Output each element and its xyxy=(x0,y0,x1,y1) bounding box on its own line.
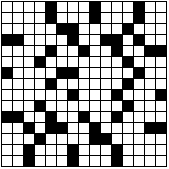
white-cell-r3c3[interactable] xyxy=(24,24,34,34)
white-cell-r9c3[interactable] xyxy=(24,90,34,100)
white-cell-r10c8[interactable] xyxy=(79,101,89,111)
white-cell-r4c8[interactable] xyxy=(79,35,89,45)
white-cell-r8c10[interactable] xyxy=(101,79,111,89)
white-cell-r7c4[interactable] xyxy=(35,68,45,78)
white-cell-r8c8[interactable] xyxy=(79,79,89,89)
white-cell-r13c7[interactable] xyxy=(68,134,78,144)
black-cell-r5c14 xyxy=(145,46,155,56)
black-cell-r3c7 xyxy=(68,24,78,34)
white-cell-r4c12[interactable] xyxy=(123,35,133,45)
white-cell-r14c8[interactable] xyxy=(79,145,89,155)
white-cell-r7c14[interactable] xyxy=(145,68,155,78)
black-cell-r5c15 xyxy=(156,46,166,56)
white-cell-r12c4[interactable] xyxy=(35,123,45,133)
white-cell-r10c14[interactable] xyxy=(145,101,155,111)
black-cell-r12c6 xyxy=(57,123,67,133)
white-cell-r11c10[interactable] xyxy=(101,112,111,122)
white-cell-r15c13[interactable] xyxy=(134,156,144,166)
white-cell-r12c1[interactable] xyxy=(2,123,12,133)
white-cell-r4c6[interactable] xyxy=(57,35,67,45)
white-cell-r13c8[interactable] xyxy=(79,134,89,144)
white-cell-r13c15[interactable] xyxy=(156,134,166,144)
black-cell-r14c3 xyxy=(24,145,34,155)
white-cell-r13c3[interactable] xyxy=(24,134,34,144)
black-cell-r3c12 xyxy=(123,24,133,34)
white-cell-r11c14[interactable] xyxy=(145,112,155,122)
white-cell-r9c12[interactable] xyxy=(123,90,133,100)
white-cell-r9c4[interactable] xyxy=(35,90,45,100)
white-cell-r2c11[interactable] xyxy=(112,13,122,23)
white-cell-r10c9[interactable] xyxy=(90,101,100,111)
black-cell-r13c10 xyxy=(101,134,111,144)
white-cell-r2c1[interactable] xyxy=(2,13,12,23)
white-cell-r2c12[interactable] xyxy=(123,13,133,23)
black-cell-r1c9 xyxy=(90,2,100,12)
white-cell-r4c3[interactable] xyxy=(24,35,34,45)
black-cell-r9c15 xyxy=(156,90,166,100)
white-cell-r6c15[interactable] xyxy=(156,57,166,67)
white-cell-r2c7[interactable] xyxy=(68,13,78,23)
white-cell-r14c1[interactable] xyxy=(2,145,12,155)
white-cell-r12c7[interactable] xyxy=(68,123,78,133)
black-cell-r6c12 xyxy=(123,57,133,67)
white-cell-r6c2[interactable] xyxy=(13,57,23,67)
white-cell-r12c8[interactable] xyxy=(79,123,89,133)
black-cell-r15c11 xyxy=(112,156,122,166)
white-cell-r1c2[interactable] xyxy=(13,2,23,12)
white-cell-r6c5[interactable] xyxy=(46,57,56,67)
white-cell-r4c14[interactable] xyxy=(145,35,155,45)
black-cell-r5c5 xyxy=(46,46,56,56)
white-cell-r6c9[interactable] xyxy=(90,57,100,67)
white-cell-r1c6[interactable] xyxy=(57,2,67,12)
white-cell-r14c2[interactable] xyxy=(13,145,23,155)
white-cell-r12c12[interactable] xyxy=(123,123,133,133)
white-cell-r10c13[interactable] xyxy=(134,101,144,111)
white-cell-r8c7[interactable] xyxy=(68,79,78,89)
white-cell-r2c3[interactable] xyxy=(24,13,34,23)
black-cell-r5c11 xyxy=(112,46,122,56)
white-cell-r10c10[interactable] xyxy=(101,101,111,111)
white-cell-r5c3[interactable] xyxy=(24,46,34,56)
black-cell-r4c10 xyxy=(101,35,111,45)
white-cell-r3c13[interactable] xyxy=(134,24,144,34)
white-cell-r3c5[interactable] xyxy=(46,24,56,34)
white-cell-r6c13[interactable] xyxy=(134,57,144,67)
white-cell-r7c3[interactable] xyxy=(24,68,34,78)
white-cell-r9c10[interactable] xyxy=(101,90,111,100)
white-cell-r1c4[interactable] xyxy=(35,2,45,12)
white-cell-r5c6[interactable] xyxy=(57,46,67,56)
black-cell-r14c7 xyxy=(68,145,78,155)
white-cell-r4c4[interactable] xyxy=(35,35,45,45)
white-cell-r8c14[interactable] xyxy=(145,79,155,89)
white-cell-r6c1[interactable] xyxy=(2,57,12,67)
white-cell-r5c9[interactable] xyxy=(90,46,100,56)
black-cell-r10c4 xyxy=(35,101,45,111)
white-cell-r7c5[interactable] xyxy=(46,68,56,78)
white-cell-r11c6[interactable] xyxy=(57,112,67,122)
white-cell-r1c10[interactable] xyxy=(101,2,111,12)
white-cell-r15c14[interactable] xyxy=(145,156,155,166)
white-cell-r8c15[interactable] xyxy=(156,79,166,89)
black-cell-r4c7 xyxy=(68,35,78,45)
white-cell-r10c1[interactable] xyxy=(2,101,12,111)
white-cell-r3c1[interactable] xyxy=(2,24,12,34)
white-cell-r9c14[interactable] xyxy=(145,90,155,100)
black-cell-r7c7 xyxy=(68,68,78,78)
white-cell-r3c8[interactable] xyxy=(79,24,89,34)
white-cell-r12c13[interactable] xyxy=(134,123,144,133)
black-cell-r7c1 xyxy=(2,68,12,78)
black-cell-r11c5 xyxy=(46,112,56,122)
white-cell-r3c4[interactable] xyxy=(35,24,45,34)
black-cell-r5c8 xyxy=(79,46,89,56)
black-cell-r12c5 xyxy=(46,123,56,133)
white-cell-r11c3[interactable] xyxy=(24,112,34,122)
black-cell-r4c2 xyxy=(13,35,23,45)
white-cell-r5c1[interactable] xyxy=(2,46,12,56)
white-cell-r13c11[interactable] xyxy=(112,134,122,144)
white-cell-r13c6[interactable] xyxy=(57,134,67,144)
white-cell-r9c5[interactable] xyxy=(46,90,56,100)
white-cell-r10c11[interactable] xyxy=(112,101,122,111)
white-cell-r8c13[interactable] xyxy=(134,79,144,89)
white-cell-r7c15[interactable] xyxy=(156,68,166,78)
white-cell-r1c3[interactable] xyxy=(24,2,34,12)
white-cell-r15c8[interactable] xyxy=(79,156,89,166)
white-cell-r7c12[interactable] xyxy=(123,68,133,78)
white-cell-r6c6[interactable] xyxy=(57,57,67,67)
white-cell-r6c8[interactable] xyxy=(79,57,89,67)
white-cell-r14c15[interactable] xyxy=(156,145,166,155)
white-cell-r15c15[interactable] xyxy=(156,156,166,166)
white-cell-r14c4[interactable] xyxy=(35,145,45,155)
white-cell-r2c6[interactable] xyxy=(57,13,67,23)
black-cell-r15c7 xyxy=(68,156,78,166)
black-cell-r11c1 xyxy=(2,112,12,122)
white-cell-r2c14[interactable] xyxy=(145,13,155,23)
white-cell-r15c9[interactable] xyxy=(90,156,100,166)
white-cell-r10c15[interactable] xyxy=(156,101,166,111)
white-cell-r15c4[interactable] xyxy=(35,156,45,166)
white-cell-r3c2[interactable] xyxy=(13,24,23,34)
white-cell-r7c11[interactable] xyxy=(112,68,122,78)
white-cell-r2c4[interactable] xyxy=(35,13,45,23)
white-cell-r6c11[interactable] xyxy=(112,57,122,67)
white-cell-r5c7[interactable] xyxy=(68,46,78,56)
white-cell-r3c9[interactable] xyxy=(90,24,100,34)
white-cell-r5c12[interactable] xyxy=(123,46,133,56)
black-cell-r1c5 xyxy=(46,2,56,12)
white-cell-r10c7[interactable] xyxy=(68,101,78,111)
black-cell-r7c13 xyxy=(134,68,144,78)
white-cell-r5c4[interactable] xyxy=(35,46,45,56)
white-cell-r15c10[interactable] xyxy=(101,156,111,166)
white-cell-r7c8[interactable] xyxy=(79,68,89,78)
white-cell-r14c10[interactable] xyxy=(101,145,111,155)
black-cell-r8c5 xyxy=(46,79,56,89)
white-cell-r14c6[interactable] xyxy=(57,145,67,155)
white-cell-r11c15[interactable] xyxy=(156,112,166,122)
crossword-grid xyxy=(1,1,167,167)
white-cell-r4c9[interactable] xyxy=(90,35,100,45)
white-cell-r1c14[interactable] xyxy=(145,2,155,12)
white-cell-r10c3[interactable] xyxy=(24,101,34,111)
white-cell-r12c2[interactable] xyxy=(13,123,23,133)
white-cell-r10c2[interactable] xyxy=(13,101,23,111)
black-cell-r12c14 xyxy=(145,123,155,133)
white-cell-r4c15[interactable] xyxy=(156,35,166,45)
white-cell-r1c11[interactable] xyxy=(112,2,122,12)
white-cell-r15c6[interactable] xyxy=(57,156,67,166)
white-cell-r3c15[interactable] xyxy=(156,24,166,34)
white-cell-r8c2[interactable] xyxy=(13,79,23,89)
black-cell-r11c2 xyxy=(13,112,23,122)
black-cell-r3c6 xyxy=(57,24,67,34)
white-cell-r5c10[interactable] xyxy=(101,46,111,56)
black-cell-r7c6 xyxy=(57,68,67,78)
black-cell-r2c9 xyxy=(90,13,100,23)
white-cell-r8c9[interactable] xyxy=(90,79,100,89)
white-cell-r14c14[interactable] xyxy=(145,145,155,155)
white-cell-r4c5[interactable] xyxy=(46,35,56,45)
white-cell-r15c5[interactable] xyxy=(46,156,56,166)
white-cell-r1c15[interactable] xyxy=(156,2,166,12)
white-cell-r14c13[interactable] xyxy=(134,145,144,155)
white-cell-r13c13[interactable] xyxy=(134,134,144,144)
white-cell-r9c8[interactable] xyxy=(79,90,89,100)
white-cell-r6c10[interactable] xyxy=(101,57,111,67)
white-cell-r2c10[interactable] xyxy=(101,13,111,23)
white-cell-r13c1[interactable] xyxy=(2,134,12,144)
white-cell-r9c13[interactable] xyxy=(134,90,144,100)
white-cell-r9c2[interactable] xyxy=(13,90,23,100)
white-cell-r1c12[interactable] xyxy=(123,2,133,12)
white-cell-r8c3[interactable] xyxy=(24,79,34,89)
white-cell-r7c10[interactable] xyxy=(101,68,111,78)
white-cell-r13c5[interactable] xyxy=(46,134,56,144)
white-cell-r3c11[interactable] xyxy=(112,24,122,34)
white-cell-r11c9[interactable] xyxy=(90,112,100,122)
white-cell-r14c9[interactable] xyxy=(90,145,100,155)
white-cell-r7c2[interactable] xyxy=(13,68,23,78)
black-cell-r11c11 xyxy=(112,112,122,122)
white-cell-r14c5[interactable] xyxy=(46,145,56,155)
white-cell-r11c12[interactable] xyxy=(123,112,133,122)
white-cell-r9c1[interactable] xyxy=(2,90,12,100)
white-cell-r3c14[interactable] xyxy=(145,24,155,34)
white-cell-r13c12[interactable] xyxy=(123,134,133,144)
white-cell-r11c4[interactable] xyxy=(35,112,45,122)
black-cell-r12c15 xyxy=(156,123,166,133)
white-cell-r14c12[interactable] xyxy=(123,145,133,155)
black-cell-r4c13 xyxy=(134,35,144,45)
white-cell-r6c3[interactable] xyxy=(24,57,34,67)
white-cell-r9c6[interactable] xyxy=(57,90,67,100)
white-cell-r7c9[interactable] xyxy=(90,68,100,78)
white-cell-r8c1[interactable] xyxy=(2,79,12,89)
white-cell-r10c5[interactable] xyxy=(46,101,56,111)
white-cell-r3c10[interactable] xyxy=(101,24,111,34)
white-cell-r2c15[interactable] xyxy=(156,13,166,23)
black-cell-r2c13 xyxy=(134,13,144,23)
white-cell-r8c11[interactable] xyxy=(112,79,122,89)
white-cell-r13c14[interactable] xyxy=(145,134,155,144)
black-cell-r2c5 xyxy=(46,13,56,23)
white-cell-r15c1[interactable] xyxy=(2,156,12,166)
black-cell-r6c4 xyxy=(35,57,45,67)
black-cell-r12c3 xyxy=(24,123,34,133)
white-cell-r2c8[interactable] xyxy=(79,13,89,23)
white-cell-r6c7[interactable] xyxy=(68,57,78,67)
black-cell-r8c12 xyxy=(123,79,133,89)
white-cell-r11c7[interactable] xyxy=(68,112,78,122)
white-cell-r15c12[interactable] xyxy=(123,156,133,166)
black-cell-r9c11 xyxy=(112,90,122,100)
white-cell-r1c7[interactable] xyxy=(68,2,78,12)
black-cell-r4c11 xyxy=(112,35,122,45)
white-cell-r10c6[interactable] xyxy=(57,101,67,111)
black-cell-r11c8 xyxy=(79,112,89,122)
black-cell-r9c7 xyxy=(68,90,78,100)
black-cell-r10c12 xyxy=(123,101,133,111)
white-cell-r1c8[interactable] xyxy=(79,2,89,12)
black-cell-r14c11 xyxy=(112,145,122,155)
black-cell-r4c1 xyxy=(2,35,12,45)
white-cell-r1c1[interactable] xyxy=(2,2,12,12)
white-cell-r15c2[interactable] xyxy=(13,156,23,166)
white-cell-r9c9[interactable] xyxy=(90,90,100,100)
black-cell-r13c4 xyxy=(35,134,45,144)
white-cell-r12c11[interactable] xyxy=(112,123,122,133)
white-cell-r13c2[interactable] xyxy=(13,134,23,144)
white-cell-r2c2[interactable] xyxy=(13,13,23,23)
white-cell-r5c2[interactable] xyxy=(13,46,23,56)
black-cell-r1c13 xyxy=(134,2,144,12)
white-cell-r8c6[interactable] xyxy=(57,79,67,89)
white-cell-r11c13[interactable] xyxy=(134,112,144,122)
white-cell-r8c4[interactable] xyxy=(35,79,45,89)
white-cell-r5c13[interactable] xyxy=(134,46,144,56)
white-cell-r12c10[interactable] xyxy=(101,123,111,133)
black-cell-r13c9 xyxy=(90,134,100,144)
black-cell-r15c3 xyxy=(24,156,34,166)
black-cell-r12c9 xyxy=(90,123,100,133)
white-cell-r6c14[interactable] xyxy=(145,57,155,67)
